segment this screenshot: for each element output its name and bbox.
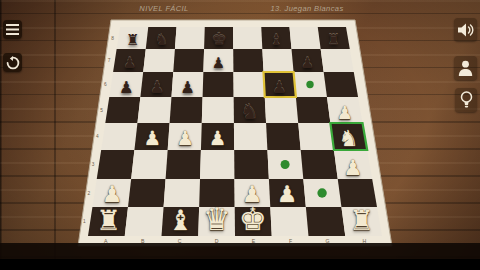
white-pawn-b4[interactable]: ♟ [143, 129, 161, 149]
black-rook-a8[interactable]: ♜ [126, 33, 139, 48]
opponent-button[interactable] [454, 56, 477, 80]
white-rook-h1[interactable]: ♜ [349, 207, 374, 235]
white-bishop-c1[interactable]: ♝ [168, 207, 193, 235]
black-bishop-f8[interactable]: ♝ [269, 33, 282, 48]
hint-button[interactable] [455, 88, 477, 112]
white-knight-h4[interactable]: ♞ [338, 127, 358, 149]
black-pawn-d7[interactable]: ♟ [212, 56, 225, 71]
white-pawn-d4[interactable]: ♟ [209, 129, 227, 149]
black-pawn-a7[interactable]: ♟ [123, 56, 136, 71]
status-bar [0, 243, 480, 259]
black-pawn-a6[interactable]: ♟ [119, 80, 134, 97]
rotate-board-button[interactable] [3, 53, 22, 72]
lightbulb-icon [460, 91, 473, 109]
pieces-layer: ♜♞♚♝♜♟♟♟♟♟♟♟♞♟♟♟♟♞♟♟♟♟♜♝♛♚♜ [0, 0, 480, 270]
letterbox-strip [0, 259, 480, 270]
speaker-icon [458, 23, 474, 37]
menu-button[interactable] [3, 20, 22, 39]
level-label: NIVEL FÁCIL [122, 4, 206, 13]
black-pawn-f6[interactable]: ♟ [272, 80, 287, 97]
black-rook-h8[interactable]: ♜ [327, 33, 340, 48]
black-pawn-b6[interactable]: ♟ [150, 80, 165, 97]
turn-indicator: 13. Juegan Blancas [262, 4, 352, 13]
white-pawn-c4[interactable]: ♟ [176, 129, 194, 149]
black-pawn-c6[interactable]: ♟ [180, 80, 195, 97]
black-king-d8[interactable]: ♚ [211, 31, 226, 48]
white-pawn-a2[interactable]: ♟ [102, 183, 123, 206]
hamburger-icon [6, 24, 19, 35]
circular-arrow-icon [6, 56, 20, 70]
black-knight-b8[interactable]: ♞ [155, 33, 168, 48]
sound-button[interactable] [454, 18, 477, 41]
black-knight-e5[interactable]: ♞ [240, 102, 258, 123]
white-pawn-h3[interactable]: ♟ [343, 157, 362, 178]
white-pawn-h5[interactable]: ♟ [336, 104, 352, 122]
white-rook-a1[interactable]: ♜ [96, 207, 121, 235]
white-pawn-f2[interactable]: ♟ [277, 183, 298, 206]
white-queen-d1[interactable]: ♛ [203, 204, 231, 235]
person-icon [458, 60, 473, 76]
white-king-e1[interactable]: ♚ [239, 204, 267, 235]
black-pawn-g7[interactable]: ♟ [301, 56, 314, 71]
